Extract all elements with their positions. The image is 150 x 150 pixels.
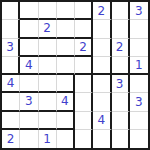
cell-r7c8[interactable] [130, 112, 148, 130]
cell-r8c7[interactable] [112, 130, 130, 148]
cell-r3c7-given: 2 [112, 39, 130, 57]
cell-r8c2[interactable] [20, 130, 38, 148]
cell-r1c1[interactable] [2, 2, 20, 20]
cell-r1c4[interactable] [57, 2, 75, 20]
cell-r6c6[interactable] [93, 93, 111, 111]
cell-r5c5[interactable] [75, 75, 93, 93]
puzzle-board: 2323224143343421 [0, 0, 150, 150]
cell-r6c1[interactable] [2, 93, 20, 111]
cell-r5c8[interactable] [130, 75, 148, 93]
cell-r2c8[interactable] [130, 20, 148, 38]
cell-r4c1[interactable] [2, 57, 20, 75]
cell-r2c6[interactable] [93, 20, 111, 38]
cell-r8c1-given: 2 [2, 130, 20, 148]
cell-r5c7-given: 3 [112, 75, 130, 93]
cell-r1c8-given: 3 [130, 2, 148, 20]
cell-r7c7[interactable] [112, 112, 130, 130]
cell-r8c6[interactable] [93, 130, 111, 148]
cell-r3c1-given: 3 [2, 39, 20, 57]
cell-r1c2[interactable] [20, 2, 38, 20]
cell-r4c7[interactable] [112, 57, 130, 75]
cell-r2c5[interactable] [75, 20, 93, 38]
cell-r6c8-given: 3 [130, 93, 148, 111]
cell-r3c5-given: 2 [75, 39, 93, 57]
cell-r4c8-given: 1 [130, 57, 148, 75]
cell-r4c6[interactable] [93, 57, 111, 75]
cell-r4c4[interactable] [57, 57, 75, 75]
cell-r6c7[interactable] [112, 93, 130, 111]
cell-r3c4[interactable] [57, 39, 75, 57]
cell-r1c5[interactable] [75, 2, 93, 20]
cell-r6c3[interactable] [39, 93, 57, 111]
cell-r6c2-given: 3 [20, 93, 38, 111]
cell-r7c6-given: 4 [93, 112, 111, 130]
cell-r5c3[interactable] [39, 75, 57, 93]
cell-r7c1[interactable] [2, 112, 20, 130]
cell-r5c4[interactable] [57, 75, 75, 93]
cell-r8c3-given: 1 [39, 130, 57, 148]
cell-r2c7[interactable] [112, 20, 130, 38]
cell-r1c3[interactable] [39, 2, 57, 20]
cell-r3c2[interactable] [20, 39, 38, 57]
cell-r6c4-given: 4 [57, 93, 75, 111]
cell-r4c3[interactable] [39, 57, 57, 75]
cell-r4c5[interactable] [75, 57, 93, 75]
cell-r8c5[interactable] [75, 130, 93, 148]
cell-r2c1[interactable] [2, 20, 20, 38]
cell-r1c7[interactable] [112, 2, 130, 20]
cell-r3c6[interactable] [93, 39, 111, 57]
cell-r8c4[interactable] [57, 130, 75, 148]
cell-r5c6[interactable] [93, 75, 111, 93]
cell-r5c2[interactable] [20, 75, 38, 93]
cell-r1c6-given: 2 [93, 2, 111, 20]
cell-r3c8[interactable] [130, 39, 148, 57]
cell-r2c2[interactable] [20, 20, 38, 38]
cell-r4c2-given: 4 [20, 57, 38, 75]
cell-r5c1-given: 4 [2, 75, 20, 93]
cell-r7c2[interactable] [20, 112, 38, 130]
cell-r7c5[interactable] [75, 112, 93, 130]
cell-r7c3[interactable] [39, 112, 57, 130]
cell-r8c8[interactable] [130, 130, 148, 148]
cell-r2c4[interactable] [57, 20, 75, 38]
cell-r3c3[interactable] [39, 39, 57, 57]
cell-r7c4[interactable] [57, 112, 75, 130]
cell-r2c3-given: 2 [39, 20, 57, 38]
cell-r6c5[interactable] [75, 93, 93, 111]
